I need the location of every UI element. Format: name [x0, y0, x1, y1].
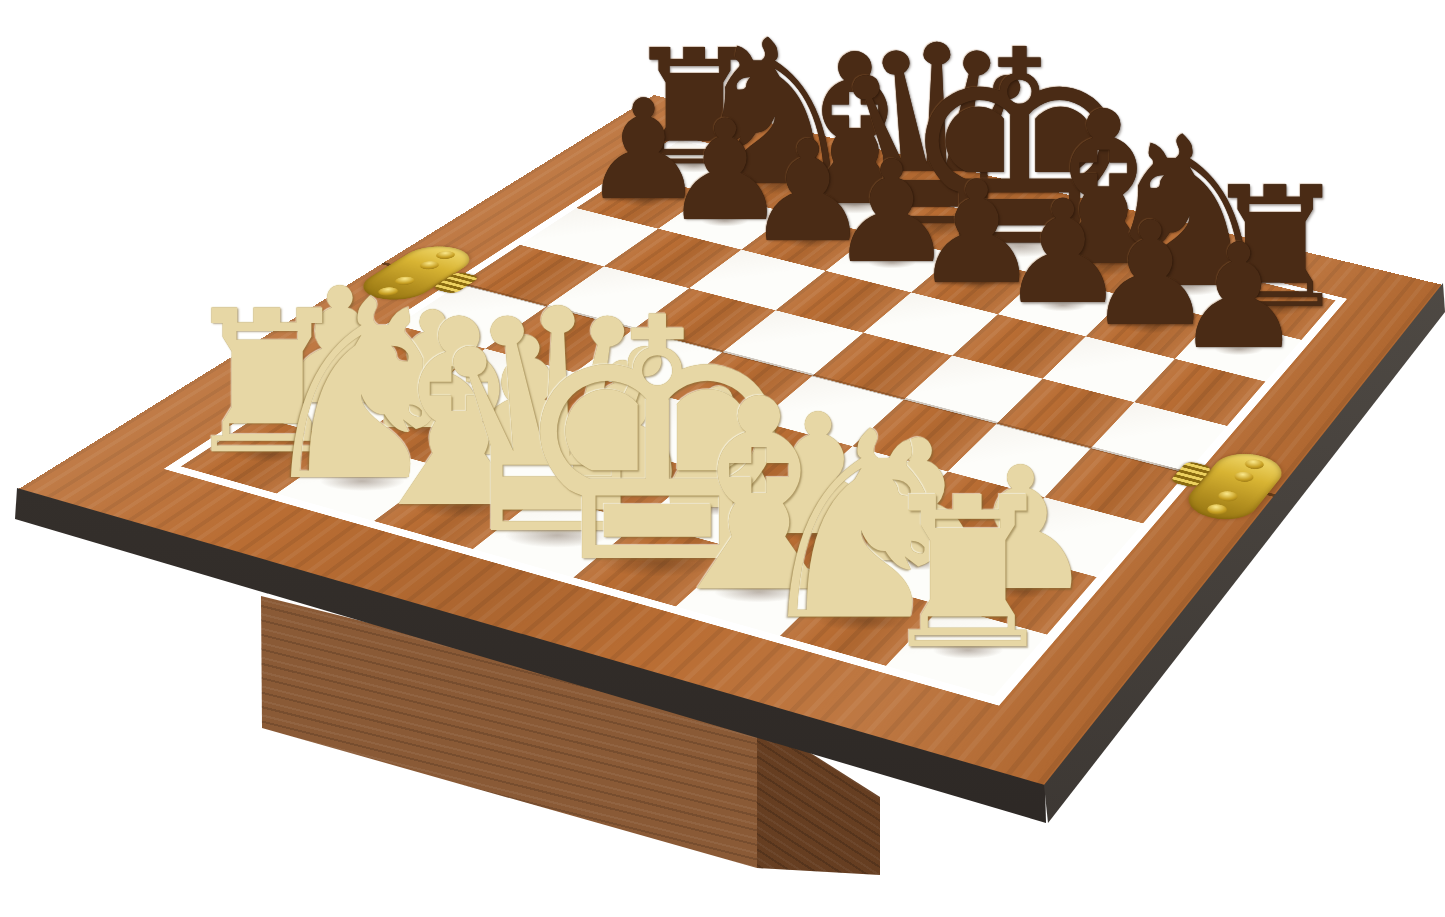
piece-light-rook-h1[interactable]: ♜ [874, 470, 1061, 679]
pieces-layer: ♜♞♝♛♚♝♞♜♟♟♟♟♟♟♟♟♟♟♟♟♟♟♟♟♜♞♝♛♚♝♞♜ [0, 0, 1445, 917]
piece-dark-pawn-h7[interactable]: ♟ [1174, 225, 1304, 370]
chess-set-photo: ♜♞♝♛♚♝♞♜♟♟♟♟♟♟♟♟♟♟♟♟♟♟♟♟♜♞♝♛♚♝♞♜ [0, 0, 1445, 917]
